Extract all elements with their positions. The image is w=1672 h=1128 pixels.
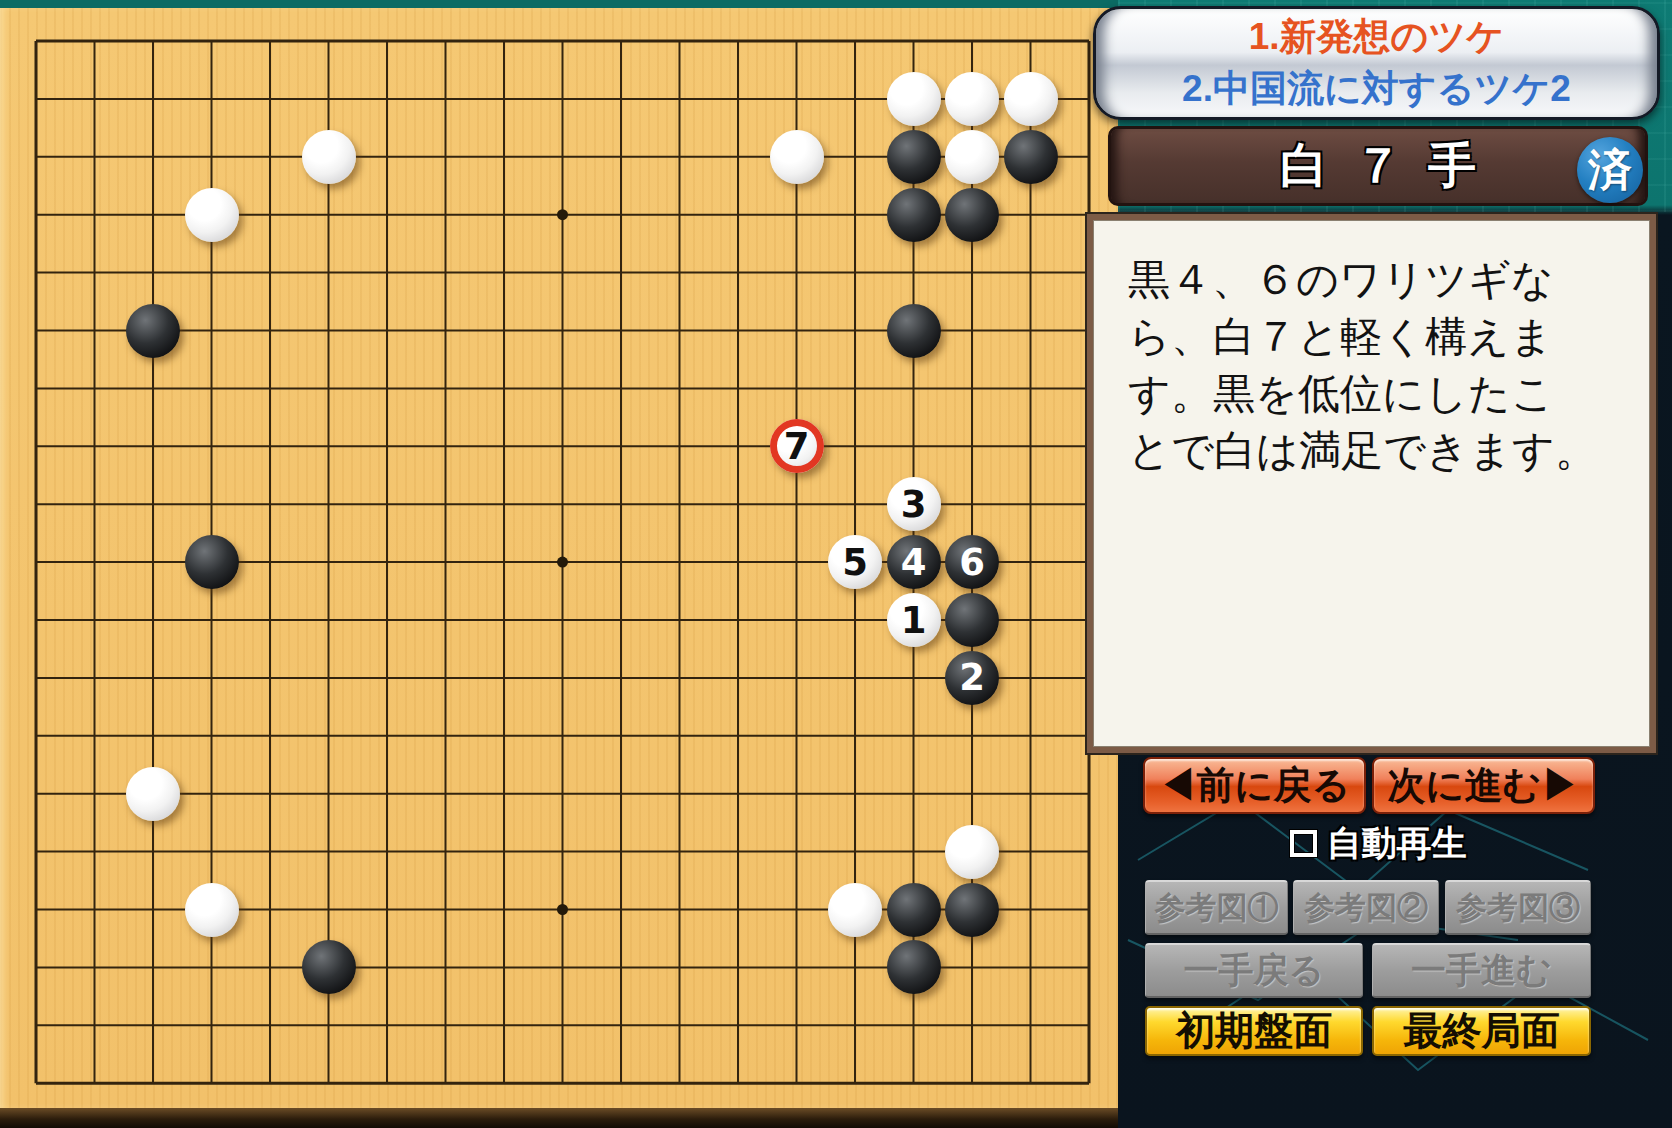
done-badge: 済	[1577, 137, 1643, 203]
black-stone	[126, 304, 180, 358]
done-badge-text: 済	[1588, 141, 1632, 200]
black-stone	[887, 188, 941, 242]
reference-diagram-2-button[interactable]: 参考図②	[1293, 880, 1439, 935]
move-number: 1	[901, 602, 927, 639]
white-stone	[945, 72, 999, 126]
white-stone	[887, 72, 941, 126]
white-stone-move-5: 5	[828, 535, 882, 589]
commentary-paper: 黒４、６のワリツギな ら、白７と軽く構えま す。黒を低位にしたこ とで白は満足で…	[1093, 220, 1650, 747]
move-number: 2	[959, 659, 985, 696]
white-stone	[828, 883, 882, 937]
black-stone	[945, 593, 999, 647]
white-stone	[945, 130, 999, 184]
step-forward-button[interactable]: 一手進む	[1372, 943, 1591, 998]
black-stone	[887, 304, 941, 358]
black-stone	[887, 940, 941, 994]
move-counter-text: 白７手	[1254, 134, 1502, 198]
lesson-title-2: 2.中国流に対するツケ2	[1182, 64, 1571, 114]
move-number: 3	[901, 486, 927, 523]
black-stone	[887, 130, 941, 184]
initial-position-button[interactable]: 初期盤面	[1145, 1006, 1363, 1056]
black-stone	[945, 883, 999, 937]
commentary-line: す。黒を低位にしたこ	[1128, 365, 1623, 422]
white-stone-move-3: 3	[887, 477, 941, 531]
black-stone	[302, 940, 356, 994]
autoplay-checkbox[interactable]	[1290, 830, 1317, 857]
white-stone	[945, 825, 999, 879]
autoplay-label: 自動再生	[1327, 820, 1467, 867]
board-edge	[0, 1108, 1118, 1128]
move-number: 6	[959, 544, 985, 581]
white-stone	[126, 767, 180, 821]
white-stone	[185, 188, 239, 242]
commentary-line: とで白は満足できます。	[1128, 422, 1623, 479]
white-stone	[185, 883, 239, 937]
black-stone-move-6: 6	[945, 535, 999, 589]
black-stone-move-4: 4	[887, 535, 941, 589]
commentary-line: ら、白７と軽く構えま	[1128, 308, 1623, 365]
reference-diagram-1-button[interactable]: 参考図①	[1145, 880, 1288, 935]
prev-button[interactable]: ◀前に戻る	[1143, 757, 1366, 814]
lesson-title-capsule: 1.新発想のツケ 2.中国流に対するツケ2	[1093, 6, 1660, 120]
white-stone-move-1: 1	[887, 593, 941, 647]
white-stone-move-7: 7	[770, 419, 824, 473]
move-number: 7	[784, 428, 810, 465]
black-stone	[945, 188, 999, 242]
final-position-button[interactable]: 最終局面	[1372, 1006, 1591, 1056]
lesson-title-1: 1.新発想のツケ	[1249, 12, 1504, 62]
reference-diagram-3-button[interactable]: 参考図③	[1445, 880, 1591, 935]
move-number: 5	[842, 544, 868, 581]
commentary-box: 黒４、６のワリツギな ら、白７と軽く構えま す。黒を低位にしたこ とで白は満足で…	[1085, 212, 1658, 755]
next-button[interactable]: 次に進む▶	[1372, 757, 1595, 814]
black-stone	[185, 535, 239, 589]
step-back-button[interactable]: 一手戻る	[1145, 943, 1363, 998]
go-board[interactable]: 7354612	[0, 8, 1118, 1108]
white-stone	[1004, 72, 1058, 126]
black-stone-move-2: 2	[945, 651, 999, 705]
commentary-line: 黒４、６のワリツギな	[1128, 251, 1623, 308]
white-stone	[302, 130, 356, 184]
move-number: 4	[901, 544, 927, 581]
go-study-app: { "game": "go", "board": { "size": 19, "…	[0, 0, 1672, 1128]
background-strip	[0, 0, 1118, 8]
move-counter-bar: 白７手	[1108, 126, 1648, 206]
white-stone	[770, 130, 824, 184]
autoplay-row: 自動再生	[1118, 822, 1638, 864]
black-stone	[887, 883, 941, 937]
black-stone	[1004, 130, 1058, 184]
